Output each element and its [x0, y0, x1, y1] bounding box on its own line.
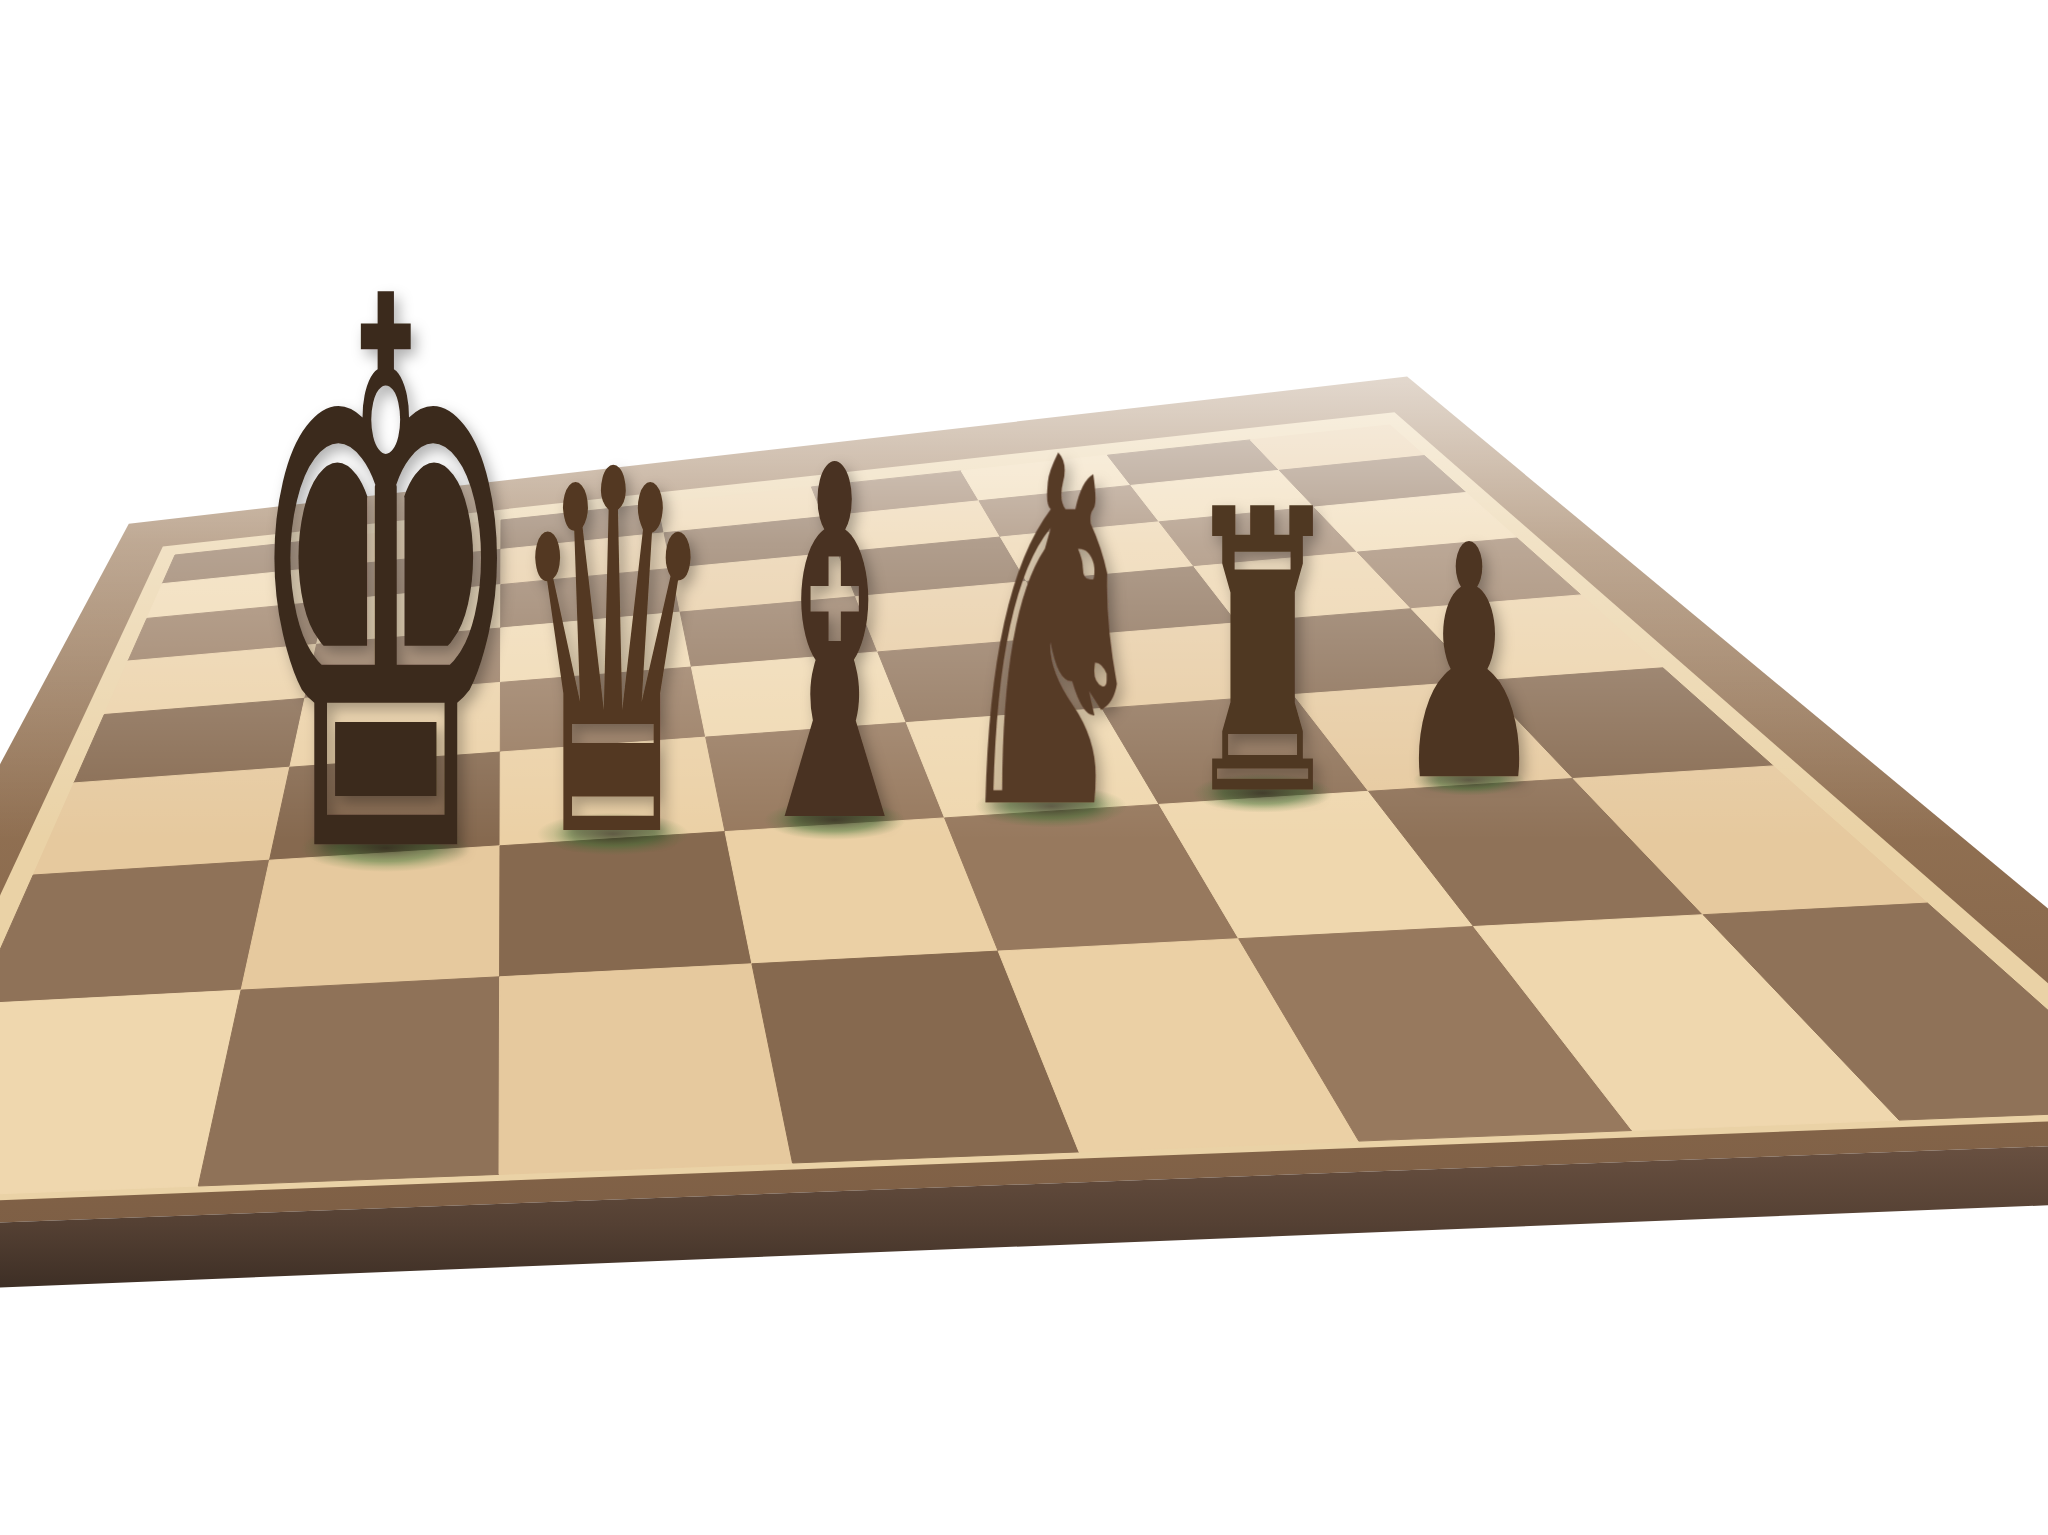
piece-queen[interactable]: ♛ — [510, 366, 716, 948]
square-c1[interactable] — [499, 964, 793, 1175]
piece-king[interactable]: ♚ — [243, 142, 528, 1023]
square-a2[interactable] — [0, 860, 269, 1004]
piece-knight[interactable]: ♞ — [948, 357, 1154, 915]
piece-pawn[interactable]: ♟ — [1394, 477, 1544, 852]
chess-set-photo: ♚♛♝♞♜♟ — [0, 0, 2048, 1535]
piece-bishop[interactable]: ♝ — [739, 366, 931, 932]
piece-rook[interactable]: ♜ — [1182, 428, 1342, 880]
board-svg: ♚♛♝♞♜♟ — [0, 0, 2048, 1535]
